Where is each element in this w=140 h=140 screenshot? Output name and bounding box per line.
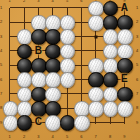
white-stone — [60, 15, 76, 31]
go-board[interactable]: 111122223333444455556666777788889999 ABC… — [0, 0, 140, 140]
white-stone — [45, 72, 61, 88]
coordinate-label: 7 — [136, 92, 138, 96]
coordinate-label: 7 — [95, 135, 97, 139]
coordinate-label: 1 — [9, 135, 11, 139]
black-stone — [45, 29, 61, 45]
coordinate-label: 6 — [80, 135, 82, 139]
coordinate-label: 1 — [136, 6, 138, 10]
black-stone — [17, 58, 33, 74]
coordinate-label: 2 — [136, 20, 138, 24]
coordinate-label: 8 — [136, 106, 138, 110]
white-stone — [3, 101, 19, 117]
black-stone — [117, 15, 133, 31]
white-stone — [17, 29, 33, 45]
white-stone — [88, 1, 104, 17]
coordinate-label: 2 — [23, 135, 25, 139]
white-stone — [31, 72, 47, 88]
white-stone — [88, 101, 104, 117]
black-stone — [117, 87, 133, 103]
white-stone — [45, 115, 61, 131]
white-stone — [74, 101, 90, 117]
white-stone — [117, 101, 133, 117]
coordinate-label: 4 — [136, 49, 138, 53]
black-stone — [31, 101, 47, 117]
white-stone — [103, 101, 119, 117]
coordinate-label: 3 — [37, 135, 39, 139]
white-stone — [3, 115, 19, 131]
white-stone — [17, 87, 33, 103]
white-stone — [88, 58, 104, 74]
white-stone — [45, 87, 61, 103]
black-stone — [31, 87, 47, 103]
stones-grid: ABCE — [3, 1, 132, 130]
black-stone — [45, 101, 61, 117]
white-stone — [31, 15, 47, 31]
white-stone — [103, 44, 119, 60]
black-stone — [117, 58, 133, 74]
black-stone — [45, 44, 61, 60]
coordinate-label: 4 — [52, 135, 54, 139]
black-stone — [31, 58, 47, 74]
black-stone — [60, 115, 76, 131]
white-stone — [17, 101, 33, 117]
coordinate-label: 3 — [136, 35, 138, 39]
white-stone — [103, 87, 119, 103]
white-stone — [74, 115, 90, 131]
coordinate-label: 8 — [109, 135, 111, 139]
white-stone — [103, 29, 119, 45]
coordinate-label: 9 — [123, 135, 125, 139]
coordinate-label: 9 — [136, 121, 138, 125]
black-stone — [88, 72, 104, 88]
white-stone — [88, 15, 104, 31]
white-stone — [45, 15, 61, 31]
white-stone — [117, 44, 133, 60]
black-stone — [103, 72, 119, 88]
black-stone — [17, 44, 33, 60]
coordinate-label: 6 — [136, 78, 138, 82]
point-label-e: E — [117, 72, 131, 86]
black-stone — [17, 115, 33, 131]
white-stone — [60, 72, 76, 88]
white-stone — [117, 29, 133, 45]
white-stone — [60, 29, 76, 45]
white-stone — [60, 58, 76, 74]
coordinate-label: 5 — [66, 135, 68, 139]
point-label-b: B — [31, 44, 45, 58]
white-stone — [17, 72, 33, 88]
black-stone — [31, 29, 47, 45]
white-stone — [88, 87, 104, 103]
white-stone — [60, 44, 76, 60]
black-stone — [45, 58, 61, 74]
white-stone — [103, 58, 119, 74]
black-stone — [103, 15, 119, 31]
coordinate-label: 5 — [136, 63, 138, 67]
black-stone — [103, 1, 119, 17]
point-label-a: A — [117, 1, 131, 15]
point-label-c: C — [31, 115, 45, 129]
